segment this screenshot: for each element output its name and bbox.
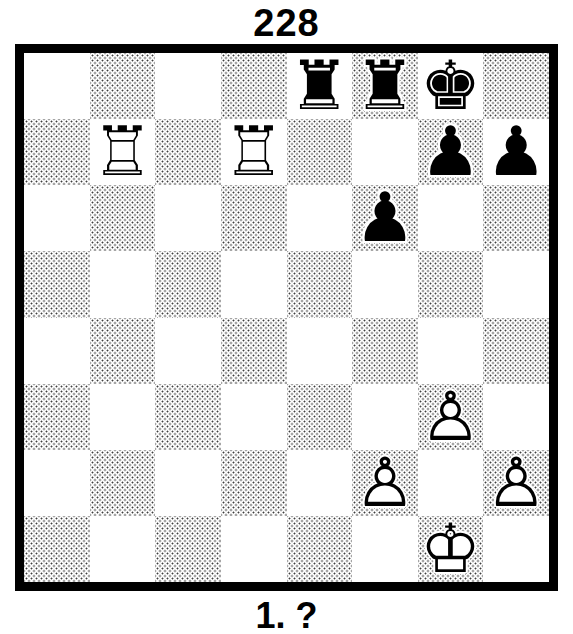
page: 228 ♜♜♚♜♖♜♖♟♟♟♟♙♟♙♟♙♚♔ 1. ? [0, 0, 573, 634]
white-pawn-piece: ♟♙ [486, 450, 547, 516]
chess-board: ♜♜♚♜♖♜♖♟♟♟♟♙♟♙♟♙♚♔ [15, 44, 558, 591]
square-h5 [483, 251, 549, 317]
square-e6 [287, 185, 353, 251]
square-d1 [221, 516, 287, 582]
square-c2 [155, 450, 221, 516]
square-f4 [352, 318, 418, 384]
square-g6 [418, 185, 484, 251]
square-e5 [287, 251, 353, 317]
square-a5 [24, 251, 90, 317]
square-e7 [287, 119, 353, 185]
square-e2 [287, 450, 353, 516]
square-g7: ♟ [418, 119, 484, 185]
square-f2: ♟♙ [352, 450, 418, 516]
black-king-piece: ♚ [420, 53, 481, 119]
square-a2 [24, 450, 90, 516]
square-b5 [90, 251, 156, 317]
piece-glyph: ♖ [223, 112, 284, 191]
square-b4 [90, 318, 156, 384]
white-rook-piece: ♜♖ [223, 119, 284, 185]
square-d7: ♜♖ [221, 119, 287, 185]
square-g2 [418, 450, 484, 516]
square-b2 [90, 450, 156, 516]
square-h6 [483, 185, 549, 251]
square-a8 [24, 53, 90, 119]
square-a6 [24, 185, 90, 251]
square-c7 [155, 119, 221, 185]
square-f7 [352, 119, 418, 185]
square-e3 [287, 384, 353, 450]
square-b8 [90, 53, 156, 119]
piece-glyph: ♙ [354, 443, 415, 522]
square-a7 [24, 119, 90, 185]
square-h2: ♟♙ [483, 450, 549, 516]
white-king-piece: ♚♔ [420, 516, 481, 582]
square-c6 [155, 185, 221, 251]
square-b6 [90, 185, 156, 251]
square-h1 [483, 516, 549, 582]
square-a1 [24, 516, 90, 582]
white-rook-piece: ♜♖ [92, 119, 153, 185]
black-pawn-piece: ♟ [420, 119, 481, 185]
square-d6 [221, 185, 287, 251]
square-f5 [352, 251, 418, 317]
square-g1: ♚♔ [418, 516, 484, 582]
square-b3 [90, 384, 156, 450]
square-c5 [155, 251, 221, 317]
square-d8 [221, 53, 287, 119]
square-c3 [155, 384, 221, 450]
square-g4 [418, 318, 484, 384]
diagram-number: 228 [0, 0, 573, 44]
square-f1 [352, 516, 418, 582]
square-g3: ♟♙ [418, 384, 484, 450]
square-c8 [155, 53, 221, 119]
square-d5 [221, 251, 287, 317]
piece-glyph: ♙ [420, 377, 481, 456]
black-pawn-piece: ♟ [354, 185, 415, 251]
square-d3 [221, 384, 287, 450]
square-e8: ♜ [287, 53, 353, 119]
white-pawn-piece: ♟♙ [354, 450, 415, 516]
square-f3 [352, 384, 418, 450]
black-pawn-piece: ♟ [486, 119, 547, 185]
square-e4 [287, 318, 353, 384]
square-b7: ♜♖ [90, 119, 156, 185]
square-h7: ♟ [483, 119, 549, 185]
piece-glyph: ♖ [92, 112, 153, 191]
square-a3 [24, 384, 90, 450]
piece-glyph: ♔ [420, 509, 481, 588]
piece-glyph: ♙ [486, 443, 547, 522]
black-rook-piece: ♜ [354, 53, 415, 119]
white-pawn-piece: ♟♙ [420, 384, 481, 450]
square-c4 [155, 318, 221, 384]
square-g8: ♚ [418, 53, 484, 119]
square-h4 [483, 318, 549, 384]
square-a4 [24, 318, 90, 384]
square-d4 [221, 318, 287, 384]
square-f8: ♜ [352, 53, 418, 119]
square-d2 [221, 450, 287, 516]
square-e1 [287, 516, 353, 582]
square-h3 [483, 384, 549, 450]
square-b1 [90, 516, 156, 582]
square-h8 [483, 53, 549, 119]
square-g5 [418, 251, 484, 317]
move-prompt: 1. ? [0, 595, 573, 634]
black-rook-piece: ♜ [289, 53, 350, 119]
square-c1 [155, 516, 221, 582]
square-f6: ♟ [352, 185, 418, 251]
